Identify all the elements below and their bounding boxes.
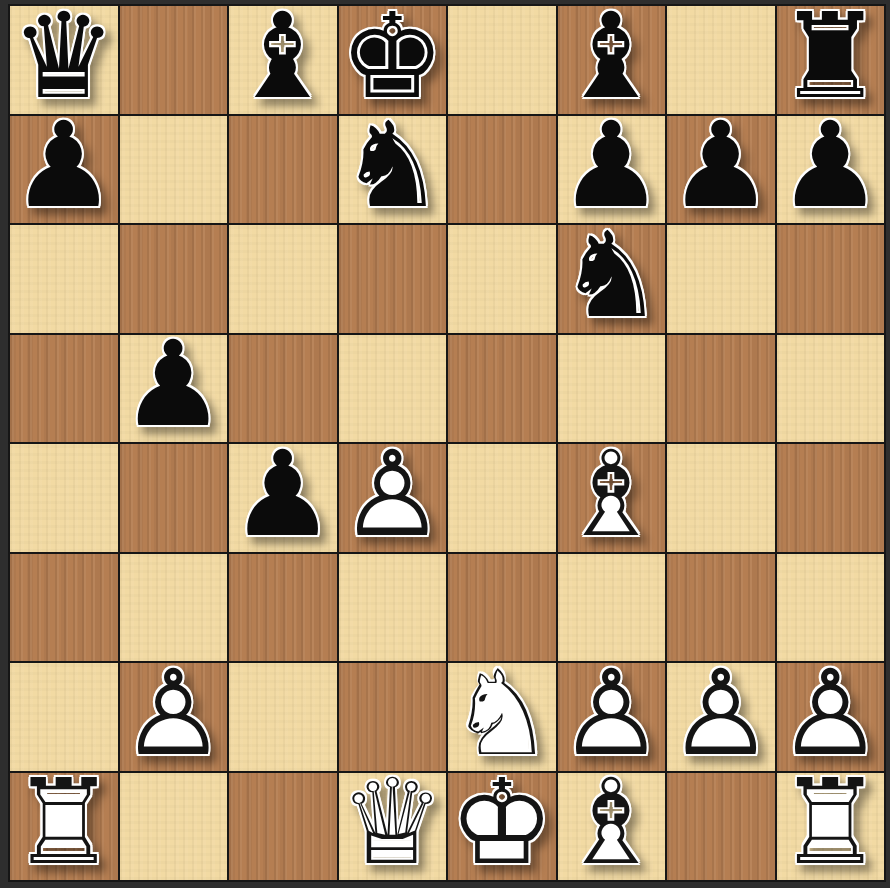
piece-outline-glyph: ♘ xyxy=(448,659,556,767)
piece-white-king[interactable]: ♚♔ xyxy=(448,773,556,881)
piece-white-pawn[interactable]: ♟♙ xyxy=(339,444,447,552)
piece-fill-glyph: ♟ xyxy=(558,112,666,220)
piece-white-bishop[interactable]: ♝♗ xyxy=(558,444,666,552)
piece-outline-glyph: ♙ xyxy=(558,659,666,767)
square-a7[interactable]: ♟ xyxy=(10,116,118,224)
piece-black-pawn[interactable]: ♟ xyxy=(777,116,885,224)
piece-fill-glyph: ♟ xyxy=(10,112,118,220)
piece-outline-glyph: ♙ xyxy=(777,659,885,767)
piece-black-pawn[interactable]: ♟ xyxy=(120,335,228,443)
square-b2[interactable]: ♟♙ xyxy=(120,663,228,771)
piece-black-bishop[interactable]: ♝ xyxy=(229,6,337,114)
piece-outline-glyph: ♙ xyxy=(667,659,775,767)
piece-fill-glyph: ♟ xyxy=(229,440,337,548)
square-d4[interactable]: ♟♙ xyxy=(339,444,447,552)
square-c7[interactable] xyxy=(229,116,337,224)
square-g7[interactable]: ♟ xyxy=(667,116,775,224)
square-a4[interactable] xyxy=(10,444,118,552)
square-c6[interactable] xyxy=(229,225,337,333)
square-d6[interactable] xyxy=(339,225,447,333)
piece-outline-glyph: ♙ xyxy=(339,440,447,548)
square-c8[interactable]: ♝ xyxy=(229,6,337,114)
chess-board: ♛♝♚♝♜♟♞♟♟♟♞♟♟♟♙♝♗♟♙♞♘♟♙♟♙♟♙♜♖♛♕♚♔♝♗♜♖ xyxy=(8,4,886,882)
piece-outline-glyph: ♙ xyxy=(120,659,228,767)
piece-fill-glyph: ♝ xyxy=(229,2,337,110)
square-h7[interactable]: ♟ xyxy=(777,116,885,224)
square-d7[interactable]: ♞ xyxy=(339,116,447,224)
square-g5[interactable] xyxy=(667,335,775,443)
piece-outline-glyph: ♗ xyxy=(558,769,666,877)
piece-black-knight[interactable]: ♞ xyxy=(558,225,666,333)
piece-white-queen[interactable]: ♛♕ xyxy=(339,773,447,881)
square-e4[interactable] xyxy=(448,444,556,552)
square-g4[interactable] xyxy=(667,444,775,552)
square-h5[interactable] xyxy=(777,335,885,443)
square-a5[interactable] xyxy=(10,335,118,443)
square-a3[interactable] xyxy=(10,554,118,662)
piece-fill-glyph: ♝ xyxy=(558,2,666,110)
piece-white-pawn[interactable]: ♟♙ xyxy=(120,663,228,771)
piece-white-rook[interactable]: ♜♖ xyxy=(777,773,885,881)
piece-fill-glyph: ♞ xyxy=(339,112,447,220)
square-b5[interactable]: ♟ xyxy=(120,335,228,443)
square-e5[interactable] xyxy=(448,335,556,443)
piece-black-knight[interactable]: ♞ xyxy=(339,116,447,224)
square-b1[interactable] xyxy=(120,773,228,881)
square-c2[interactable] xyxy=(229,663,337,771)
piece-outline-glyph: ♖ xyxy=(777,769,885,877)
square-e6[interactable] xyxy=(448,225,556,333)
square-c4[interactable]: ♟ xyxy=(229,444,337,552)
square-c1[interactable] xyxy=(229,773,337,881)
piece-fill-glyph: ♛ xyxy=(10,2,118,110)
piece-outline-glyph: ♖ xyxy=(10,769,118,877)
piece-black-pawn[interactable]: ♟ xyxy=(229,444,337,552)
piece-fill-glyph: ♟ xyxy=(667,112,775,220)
square-b7[interactable] xyxy=(120,116,228,224)
piece-white-pawn[interactable]: ♟♙ xyxy=(667,663,775,771)
square-d3[interactable] xyxy=(339,554,447,662)
piece-outline-glyph: ♕ xyxy=(339,769,447,877)
square-h1[interactable]: ♜♖ xyxy=(777,773,885,881)
square-e1[interactable]: ♚♔ xyxy=(448,773,556,881)
square-f1[interactable]: ♝♗ xyxy=(558,773,666,881)
piece-fill-glyph: ♚ xyxy=(339,2,447,110)
piece-black-pawn[interactable]: ♟ xyxy=(10,116,118,224)
square-b4[interactable] xyxy=(120,444,228,552)
square-h4[interactable] xyxy=(777,444,885,552)
square-e8[interactable] xyxy=(448,6,556,114)
square-a1[interactable]: ♜♖ xyxy=(10,773,118,881)
square-d1[interactable]: ♛♕ xyxy=(339,773,447,881)
chess-app-stage: ♛♝♚♝♜♟♞♟♟♟♞♟♟♟♙♝♗♟♙♞♘♟♙♟♙♟♙♜♖♛♕♚♔♝♗♜♖ xyxy=(0,0,890,888)
piece-white-rook[interactable]: ♜♖ xyxy=(10,773,118,881)
square-f6[interactable]: ♞ xyxy=(558,225,666,333)
square-g2[interactable]: ♟♙ xyxy=(667,663,775,771)
piece-fill-glyph: ♟ xyxy=(120,331,228,439)
piece-white-bishop[interactable]: ♝♗ xyxy=(558,773,666,881)
piece-black-pawn[interactable]: ♟ xyxy=(667,116,775,224)
square-c3[interactable] xyxy=(229,554,337,662)
piece-fill-glyph: ♜ xyxy=(777,2,885,110)
piece-fill-glyph: ♟ xyxy=(777,112,885,220)
square-e7[interactable] xyxy=(448,116,556,224)
square-h6[interactable] xyxy=(777,225,885,333)
square-g1[interactable] xyxy=(667,773,775,881)
piece-fill-glyph: ♞ xyxy=(558,221,666,329)
square-g6[interactable] xyxy=(667,225,775,333)
square-f4[interactable]: ♝♗ xyxy=(558,444,666,552)
square-a6[interactable] xyxy=(10,225,118,333)
piece-outline-glyph: ♔ xyxy=(448,769,556,877)
square-b8[interactable] xyxy=(120,6,228,114)
piece-outline-glyph: ♗ xyxy=(558,440,666,548)
